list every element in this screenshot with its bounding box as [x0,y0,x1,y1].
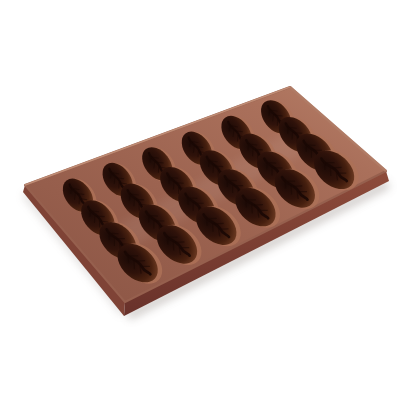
product-photo: Reddish-brown silicone chocolate mould t… [0,0,400,400]
mold-tray-svg [0,0,400,400]
